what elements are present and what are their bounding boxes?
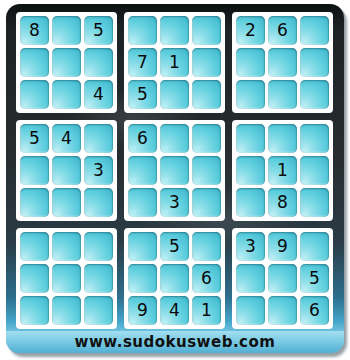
cell-r7c1[interactable] xyxy=(20,232,49,261)
cell-r5c9[interactable] xyxy=(300,156,329,185)
cell-r2c5[interactable]: 1 xyxy=(160,48,189,77)
cell-r8c6[interactable]: 6 xyxy=(192,264,221,293)
sudoku-box-5: 63 xyxy=(124,120,225,221)
cell-r2c9[interactable] xyxy=(300,48,329,77)
cell-r9c8[interactable] xyxy=(268,296,297,325)
cell-r7c6[interactable] xyxy=(192,232,221,261)
cell-r6c5[interactable]: 3 xyxy=(160,188,189,217)
cell-r2c1[interactable] xyxy=(20,48,49,77)
sudoku-box-4: 543 xyxy=(16,120,117,221)
cell-r1c2[interactable] xyxy=(52,16,81,45)
cell-r3c3[interactable]: 4 xyxy=(84,80,113,109)
cell-r4c3[interactable] xyxy=(84,124,113,153)
cell-r3c5[interactable] xyxy=(160,80,189,109)
cell-r4c5[interactable] xyxy=(160,124,189,153)
cell-r9c5[interactable]: 4 xyxy=(160,296,189,325)
cell-r9c9[interactable]: 6 xyxy=(300,296,329,325)
cell-r6c8[interactable]: 8 xyxy=(268,188,297,217)
cell-r7c2[interactable] xyxy=(52,232,81,261)
cell-r5c2[interactable] xyxy=(52,156,81,185)
sudoku-box-2: 715 xyxy=(124,12,225,113)
cell-r8c3[interactable] xyxy=(84,264,113,293)
cell-r8c5[interactable] xyxy=(160,264,189,293)
cell-r8c9[interactable]: 5 xyxy=(300,264,329,293)
cell-r2c7[interactable] xyxy=(236,48,265,77)
sudoku-box-9: 3956 xyxy=(232,228,333,329)
cell-r4c7[interactable] xyxy=(236,124,265,153)
cell-r8c8[interactable] xyxy=(268,264,297,293)
cell-r7c3[interactable] xyxy=(84,232,113,261)
cell-r2c6[interactable] xyxy=(192,48,221,77)
sudoku-panel: 854715265436318569413956 www.sudokusweb.… xyxy=(6,4,344,353)
cell-r5c6[interactable] xyxy=(192,156,221,185)
cell-r7c5[interactable]: 5 xyxy=(160,232,189,261)
cell-r6c7[interactable] xyxy=(236,188,265,217)
cell-r3c7[interactable] xyxy=(236,80,265,109)
sudoku-board: 854715265436318569413956 xyxy=(16,12,333,329)
cell-r9c3[interactable] xyxy=(84,296,113,325)
sudoku-page: 854715265436318569413956 www.sudokusweb.… xyxy=(0,0,350,360)
cell-r1c1[interactable]: 8 xyxy=(20,16,49,45)
cell-r1c4[interactable] xyxy=(128,16,157,45)
cell-r9c6[interactable]: 1 xyxy=(192,296,221,325)
cell-r5c4[interactable] xyxy=(128,156,157,185)
cell-r7c9[interactable] xyxy=(300,232,329,261)
cell-r7c8[interactable]: 9 xyxy=(268,232,297,261)
cell-r6c6[interactable] xyxy=(192,188,221,217)
cell-r5c7[interactable] xyxy=(236,156,265,185)
cell-r4c6[interactable] xyxy=(192,124,221,153)
cell-r6c1[interactable] xyxy=(20,188,49,217)
cell-r4c2[interactable]: 4 xyxy=(52,124,81,153)
cell-r3c6[interactable] xyxy=(192,80,221,109)
cell-r1c5[interactable] xyxy=(160,16,189,45)
cell-r9c4[interactable]: 9 xyxy=(128,296,157,325)
cell-r2c2[interactable] xyxy=(52,48,81,77)
cell-r3c8[interactable] xyxy=(268,80,297,109)
cell-r2c8[interactable] xyxy=(268,48,297,77)
cell-r3c9[interactable] xyxy=(300,80,329,109)
cell-r5c3[interactable]: 3 xyxy=(84,156,113,185)
cell-r3c4[interactable]: 5 xyxy=(128,80,157,109)
cell-r4c9[interactable] xyxy=(300,124,329,153)
cell-r4c1[interactable]: 5 xyxy=(20,124,49,153)
cell-r3c2[interactable] xyxy=(52,80,81,109)
cell-r2c3[interactable] xyxy=(84,48,113,77)
cell-r9c1[interactable] xyxy=(20,296,49,325)
cell-r8c7[interactable] xyxy=(236,264,265,293)
cell-r4c8[interactable] xyxy=(268,124,297,153)
cell-r8c2[interactable] xyxy=(52,264,81,293)
sudoku-box-6: 18 xyxy=(232,120,333,221)
cell-r7c4[interactable] xyxy=(128,232,157,261)
cell-r5c8[interactable]: 1 xyxy=(268,156,297,185)
footer-band: www.sudokusweb.com xyxy=(6,331,344,353)
cell-r5c1[interactable] xyxy=(20,156,49,185)
cell-r8c4[interactable] xyxy=(128,264,157,293)
cell-r6c2[interactable] xyxy=(52,188,81,217)
sudoku-box-1: 854 xyxy=(16,12,117,113)
cell-r5c5[interactable] xyxy=(160,156,189,185)
cell-r9c7[interactable] xyxy=(236,296,265,325)
sudoku-box-7 xyxy=(16,228,117,329)
cell-r1c3[interactable]: 5 xyxy=(84,16,113,45)
cell-r8c1[interactable] xyxy=(20,264,49,293)
cell-r6c3[interactable] xyxy=(84,188,113,217)
cell-r9c2[interactable] xyxy=(52,296,81,325)
cell-r7c7[interactable]: 3 xyxy=(236,232,265,261)
site-url-label: www.sudokusweb.com xyxy=(75,333,276,351)
sudoku-box-8: 56941 xyxy=(124,228,225,329)
cell-r6c4[interactable] xyxy=(128,188,157,217)
cell-r6c9[interactable] xyxy=(300,188,329,217)
cell-r4c4[interactable]: 6 xyxy=(128,124,157,153)
cell-r1c9[interactable] xyxy=(300,16,329,45)
cell-r1c6[interactable] xyxy=(192,16,221,45)
cell-r1c7[interactable]: 2 xyxy=(236,16,265,45)
cell-r2c4[interactable]: 7 xyxy=(128,48,157,77)
cell-r3c1[interactable] xyxy=(20,80,49,109)
cell-r1c8[interactable]: 6 xyxy=(268,16,297,45)
sudoku-box-3: 26 xyxy=(232,12,333,113)
